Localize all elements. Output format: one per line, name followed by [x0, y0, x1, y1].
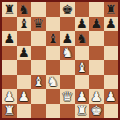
- square-d1[interactable]: [46, 104, 61, 119]
- piece-white-pawn: ♟: [3, 89, 15, 102]
- piece-white-pawn: ♟: [18, 89, 30, 102]
- square-h3[interactable]: [104, 75, 119, 90]
- square-f7[interactable]: ♟: [75, 17, 90, 32]
- square-g1[interactable]: ♚: [89, 104, 104, 119]
- square-f1[interactable]: ♜: [75, 104, 90, 119]
- piece-white-rook: ♜: [3, 104, 15, 117]
- piece-black-bishop: ♝: [18, 17, 30, 30]
- square-b8[interactable]: ♞: [17, 2, 32, 17]
- square-b5[interactable]: ♟: [17, 46, 32, 61]
- square-h8[interactable]: ♜: [104, 2, 119, 17]
- piece-black-rook: ♜: [3, 2, 15, 15]
- square-d6[interactable]: ♝: [46, 31, 61, 46]
- piece-black-pawn: ♟: [61, 31, 73, 44]
- square-g6[interactable]: [89, 31, 104, 46]
- square-d7[interactable]: [46, 17, 61, 32]
- square-d5[interactable]: [46, 46, 61, 61]
- piece-black-pawn: ♟: [3, 31, 15, 44]
- piece-black-pawn: ♟: [18, 46, 30, 59]
- square-f5[interactable]: [75, 46, 90, 61]
- piece-white-knight: ♞: [61, 46, 73, 59]
- piece-black-queen: ♛: [32, 17, 44, 30]
- square-e8[interactable]: ♚: [60, 2, 75, 17]
- square-h1[interactable]: [104, 104, 119, 119]
- square-d3[interactable]: ♞: [46, 75, 61, 90]
- square-f4[interactable]: ♝: [75, 60, 90, 75]
- square-g7[interactable]: ♟: [89, 17, 104, 32]
- square-a2[interactable]: ♟: [2, 89, 17, 104]
- piece-black-knight: ♞: [18, 2, 30, 15]
- piece-black-pawn: ♟: [90, 17, 102, 30]
- piece-white-pawn: ♟: [105, 89, 117, 102]
- square-c3[interactable]: ♝: [31, 75, 46, 90]
- square-g8[interactable]: [89, 2, 104, 17]
- square-b4[interactable]: [17, 60, 32, 75]
- square-b6[interactable]: [17, 31, 32, 46]
- square-b3[interactable]: [17, 75, 32, 90]
- square-a8[interactable]: ♜: [2, 2, 17, 17]
- piece-white-king: ♚: [90, 104, 102, 117]
- square-e3[interactable]: [60, 75, 75, 90]
- square-g5[interactable]: [89, 46, 104, 61]
- square-g2[interactable]: ♟: [89, 89, 104, 104]
- piece-white-bishop: ♝: [76, 60, 88, 73]
- square-h5[interactable]: [104, 46, 119, 61]
- square-c6[interactable]: [31, 31, 46, 46]
- square-a3[interactable]: [2, 75, 17, 90]
- piece-black-king: ♚: [61, 2, 73, 15]
- square-b2[interactable]: ♟: [17, 89, 32, 104]
- piece-black-rook: ♜: [105, 2, 117, 15]
- square-e2[interactable]: ♛: [60, 89, 75, 104]
- square-h4[interactable]: [104, 60, 119, 75]
- square-a1[interactable]: ♜: [2, 104, 17, 119]
- square-f2[interactable]: ♟: [75, 89, 90, 104]
- square-a6[interactable]: ♟: [2, 31, 17, 46]
- square-h7[interactable]: ♟: [104, 17, 119, 32]
- piece-white-queen: ♛: [61, 89, 73, 102]
- square-h6[interactable]: [104, 31, 119, 46]
- square-d4[interactable]: [46, 60, 61, 75]
- square-c7[interactable]: ♛: [31, 17, 46, 32]
- square-e5[interactable]: ♞: [60, 46, 75, 61]
- square-c5[interactable]: [31, 46, 46, 61]
- square-g3[interactable]: [89, 75, 104, 90]
- square-f8[interactable]: [75, 2, 90, 17]
- square-a4[interactable]: [2, 60, 17, 75]
- chess-board-frame: ♜♞♚♜♝♛♟♟♟♟♝♟♞♟♞♝♝♞♟♟♛♟♟♟♜♜♚: [0, 0, 120, 120]
- square-e4[interactable]: [60, 60, 75, 75]
- piece-black-knight: ♞: [76, 31, 88, 44]
- piece-white-rook: ♜: [76, 104, 88, 117]
- square-e1[interactable]: [60, 104, 75, 119]
- piece-white-knight: ♞: [47, 75, 59, 88]
- square-a5[interactable]: [2, 46, 17, 61]
- square-b7[interactable]: ♝: [17, 17, 32, 32]
- square-g4[interactable]: [89, 60, 104, 75]
- square-c2[interactable]: [31, 89, 46, 104]
- square-e6[interactable]: ♟: [60, 31, 75, 46]
- square-c1[interactable]: [31, 104, 46, 119]
- square-b1[interactable]: [17, 104, 32, 119]
- square-f6[interactable]: ♞: [75, 31, 90, 46]
- square-h2[interactable]: ♟: [104, 89, 119, 104]
- piece-black-pawn: ♟: [105, 17, 117, 30]
- square-d8[interactable]: [46, 2, 61, 17]
- piece-white-pawn: ♟: [90, 89, 102, 102]
- square-f3[interactable]: [75, 75, 90, 90]
- piece-black-pawn: ♟: [76, 17, 88, 30]
- square-c4[interactable]: [31, 60, 46, 75]
- square-e7[interactable]: [60, 17, 75, 32]
- square-a7[interactable]: [2, 17, 17, 32]
- piece-white-pawn: ♟: [76, 89, 88, 102]
- piece-white-bishop: ♝: [32, 75, 44, 88]
- square-d2[interactable]: [46, 89, 61, 104]
- chess-board: ♜♞♚♜♝♛♟♟♟♟♝♟♞♟♞♝♝♞♟♟♛♟♟♟♜♜♚: [2, 2, 118, 118]
- piece-black-bishop: ♝: [47, 31, 59, 44]
- square-c8[interactable]: [31, 2, 46, 17]
